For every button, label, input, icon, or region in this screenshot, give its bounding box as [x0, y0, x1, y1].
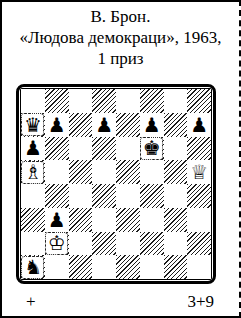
square-e2: [116, 232, 140, 256]
square-f6: ♚: [140, 137, 164, 161]
black-pawn-icon: ♟: [46, 209, 67, 230]
square-b6: [45, 137, 69, 161]
material-count-label: 3+9: [187, 293, 214, 311]
square-h8: [187, 89, 211, 113]
problem-header: В. Брон. «Людова демокраци», 1963, 1 при…: [2, 6, 239, 69]
white-king-icon: ♔: [46, 233, 67, 254]
chess-board: ♛♟♟♟♟♟♚♗♕♟♔♞: [16, 84, 216, 284]
square-d8: [92, 89, 116, 113]
square-b1: [45, 255, 69, 279]
square-f4: [140, 184, 164, 208]
square-b3: ♟: [45, 208, 69, 232]
square-d7: ♟: [92, 113, 116, 137]
square-a2: [21, 232, 45, 256]
square-a6: ♟: [21, 137, 45, 161]
square-h3: [187, 208, 211, 232]
square-e8: [116, 89, 140, 113]
black-pawn-icon: ♟: [22, 138, 43, 159]
square-g8: [164, 89, 188, 113]
square-e7: [116, 113, 140, 137]
square-b5: [45, 160, 69, 184]
square-b2: ♔: [45, 232, 69, 256]
square-d3: [92, 208, 116, 232]
square-g7: [164, 113, 188, 137]
square-h5: ♕: [187, 160, 211, 184]
black-king-icon: ♚: [141, 138, 162, 159]
square-f5: [140, 160, 164, 184]
black-pawn-icon: ♟: [141, 114, 162, 135]
square-h6: [187, 137, 211, 161]
square-c7: [69, 113, 93, 137]
square-g1: [164, 255, 188, 279]
square-d1: [92, 255, 116, 279]
square-f7: ♟: [140, 113, 164, 137]
square-f3: [140, 208, 164, 232]
award-line: 1 приз: [2, 48, 239, 69]
square-d6: [92, 137, 116, 161]
square-b4: [45, 184, 69, 208]
square-h4: [187, 184, 211, 208]
black-pawn-icon: ♟: [189, 114, 210, 135]
square-d2: [92, 232, 116, 256]
square-f8: [140, 89, 164, 113]
square-a7: ♛: [21, 113, 45, 137]
chess-board-grid: ♛♟♟♟♟♟♚♗♕♟♔♞: [20, 88, 212, 280]
square-c4: [69, 184, 93, 208]
square-c5: [69, 160, 93, 184]
square-c8: [69, 89, 93, 113]
square-g6: [164, 137, 188, 161]
square-a3: [21, 208, 45, 232]
square-c2: [69, 232, 93, 256]
square-c6: [69, 137, 93, 161]
square-e1: [116, 255, 140, 279]
square-f1: [140, 255, 164, 279]
stipulation-label: +: [26, 293, 36, 311]
square-g2: [164, 232, 188, 256]
square-e4: [116, 184, 140, 208]
white-bishop-icon: ♗: [22, 162, 43, 183]
white-queen-icon: ♕: [189, 162, 210, 183]
diagram-page: В. Брон. «Людова демокраци», 1963, 1 при…: [0, 0, 241, 318]
square-h2: [187, 232, 211, 256]
square-h1: [187, 255, 211, 279]
square-d4: [92, 184, 116, 208]
square-b8: [45, 89, 69, 113]
square-h7: ♟: [187, 113, 211, 137]
black-pawn-icon: ♟: [94, 114, 115, 135]
square-e6: [116, 137, 140, 161]
source-line: «Людова демокраци», 1963,: [2, 27, 239, 48]
diagram-annotations: + 3+9: [26, 293, 214, 311]
square-g5: [164, 160, 188, 184]
square-d5: [92, 160, 116, 184]
author-line: В. Брон.: [2, 6, 239, 27]
square-a8: [21, 89, 45, 113]
black-knight-icon: ♞: [22, 257, 43, 278]
black-pawn-icon: ♟: [46, 114, 67, 135]
square-b7: ♟: [45, 113, 69, 137]
black-queen-icon: ♛: [22, 114, 43, 135]
square-a4: [21, 184, 45, 208]
square-c1: [69, 255, 93, 279]
square-c3: [69, 208, 93, 232]
square-e5: [116, 160, 140, 184]
square-a1: ♞: [21, 255, 45, 279]
square-g4: [164, 184, 188, 208]
square-f2: [140, 232, 164, 256]
square-a5: ♗: [21, 160, 45, 184]
square-e3: [116, 208, 140, 232]
square-g3: [164, 208, 188, 232]
